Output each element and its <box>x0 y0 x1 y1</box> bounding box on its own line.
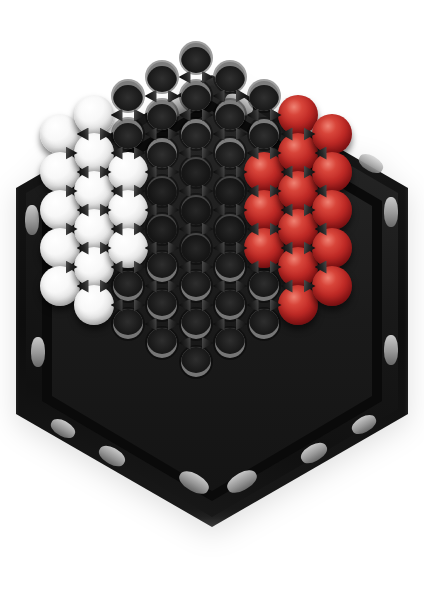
board-cell[interactable] <box>281 134 315 172</box>
board-hole <box>113 81 143 111</box>
board-hole <box>215 214 245 244</box>
board-cell[interactable] <box>179 153 213 191</box>
red-marble[interactable] <box>312 152 352 192</box>
board-cell[interactable] <box>145 134 179 172</box>
board-hole <box>249 271 279 301</box>
board-cell[interactable] <box>111 115 145 153</box>
board-cell[interactable] <box>315 229 349 267</box>
board-hole <box>147 252 177 282</box>
board-cell[interactable] <box>111 191 145 229</box>
board-hole <box>147 176 177 206</box>
red-marble[interactable] <box>312 114 352 154</box>
board-cell[interactable] <box>77 210 111 248</box>
white-marble[interactable] <box>108 152 148 192</box>
white-marble[interactable] <box>74 95 114 135</box>
gutter-slot-highlight <box>298 439 330 467</box>
board-cell[interactable] <box>281 96 315 134</box>
board-hole <box>147 214 177 244</box>
red-marble[interactable] <box>312 228 352 268</box>
board-cell[interactable] <box>111 77 145 115</box>
board-hole <box>113 309 143 339</box>
board-cell[interactable] <box>145 58 179 96</box>
board-hole <box>147 328 177 358</box>
board-hole <box>249 81 279 111</box>
white-marble[interactable] <box>108 190 148 230</box>
board-cell[interactable] <box>213 134 247 172</box>
board-cell[interactable] <box>247 191 281 229</box>
board-cell[interactable] <box>247 115 281 153</box>
board-cell[interactable] <box>213 96 247 134</box>
board-hole <box>215 100 245 130</box>
board-hole <box>215 252 245 282</box>
board-cell[interactable] <box>179 191 213 229</box>
board-cell[interactable] <box>281 248 315 286</box>
board-cell[interactable] <box>145 172 179 210</box>
photo-stage <box>0 0 424 600</box>
board-cell[interactable] <box>247 267 281 305</box>
board-cell[interactable] <box>145 210 179 248</box>
board-cell[interactable] <box>281 172 315 210</box>
hole-grid <box>43 39 349 381</box>
gutter-slot-highlight <box>224 466 260 497</box>
board-cell[interactable] <box>43 229 77 267</box>
board-hole <box>215 62 245 92</box>
board-hole <box>215 176 245 206</box>
board-hole <box>215 138 245 168</box>
white-marble[interactable] <box>74 285 114 325</box>
board-cell[interactable] <box>315 153 349 191</box>
board-cell[interactable] <box>111 305 145 343</box>
gutter-slot-highlight <box>25 205 39 235</box>
board-hole <box>181 233 211 263</box>
board-cell[interactable] <box>247 77 281 115</box>
board-cell[interactable] <box>281 210 315 248</box>
board-hole <box>181 81 211 111</box>
board-cell[interactable] <box>145 248 179 286</box>
board-hole <box>249 119 279 149</box>
board-cell[interactable] <box>77 172 111 210</box>
board-cell[interactable] <box>247 153 281 191</box>
board-hole <box>181 119 211 149</box>
board-cell[interactable] <box>43 267 77 305</box>
gutter-slot-highlight <box>349 411 379 437</box>
board-hole <box>181 271 211 301</box>
board-cell[interactable] <box>179 343 213 381</box>
red-marble[interactable] <box>312 190 352 230</box>
board-cell[interactable] <box>281 286 315 324</box>
board-cell[interactable] <box>213 210 247 248</box>
white-marble[interactable] <box>108 228 148 268</box>
board-hole <box>147 290 177 320</box>
board-cell[interactable] <box>77 286 111 324</box>
board-cell[interactable] <box>179 39 213 77</box>
board-cell[interactable] <box>213 58 247 96</box>
board-cell[interactable] <box>213 286 247 324</box>
board-cell[interactable] <box>145 324 179 362</box>
board-cell[interactable] <box>43 115 77 153</box>
board-hole <box>181 309 211 339</box>
board-cell[interactable] <box>43 191 77 229</box>
board-cell[interactable] <box>179 77 213 115</box>
board-cell[interactable] <box>179 229 213 267</box>
board-cell[interactable] <box>213 324 247 362</box>
board-cell[interactable] <box>179 267 213 305</box>
board-hole <box>181 157 211 187</box>
board-cell[interactable] <box>213 248 247 286</box>
board-hole <box>215 290 245 320</box>
gutter-slot-highlight <box>356 150 386 176</box>
board-hole <box>113 119 143 149</box>
board-hole <box>147 138 177 168</box>
gutter-slot-highlight <box>384 197 398 227</box>
board-cell[interactable] <box>247 229 281 267</box>
board-cell[interactable] <box>315 191 349 229</box>
board-cell[interactable] <box>111 229 145 267</box>
board-cell[interactable] <box>77 248 111 286</box>
gutter-slot-highlight <box>384 335 398 365</box>
board-hole <box>181 347 211 377</box>
board-hole <box>181 195 211 225</box>
board-hole <box>181 43 211 73</box>
gutter-slot-highlight <box>48 415 78 441</box>
board-cell[interactable] <box>213 172 247 210</box>
board-hole <box>113 271 143 301</box>
red-marble[interactable] <box>312 266 352 306</box>
board-cell[interactable] <box>179 305 213 343</box>
gutter-slot-highlight <box>96 442 128 470</box>
board-hole <box>249 309 279 339</box>
board-cell[interactable] <box>315 115 349 153</box>
board-hole <box>147 62 177 92</box>
board-hole <box>147 100 177 130</box>
board-cell[interactable] <box>247 305 281 343</box>
board-cell[interactable] <box>145 286 179 324</box>
board-cell[interactable] <box>43 153 77 191</box>
board-cell[interactable] <box>111 267 145 305</box>
board-cell[interactable] <box>315 267 349 305</box>
board-cell[interactable] <box>179 115 213 153</box>
board-cell[interactable] <box>145 96 179 134</box>
board-cell[interactable] <box>77 96 111 134</box>
board-cell[interactable] <box>77 134 111 172</box>
board-hole <box>215 328 245 358</box>
gutter-slot-highlight <box>176 467 212 498</box>
board-cell[interactable] <box>111 153 145 191</box>
